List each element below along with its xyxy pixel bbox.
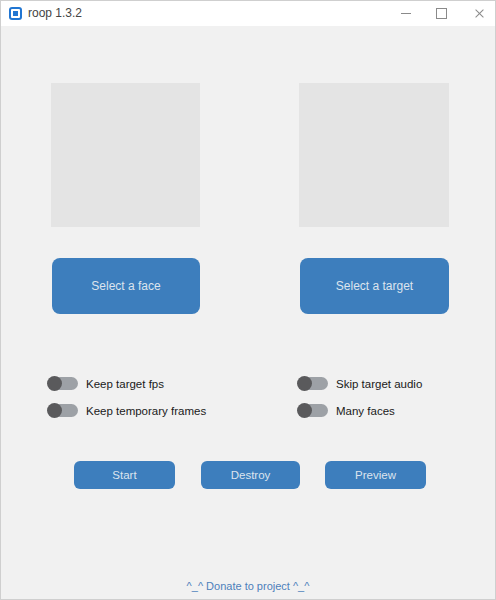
title-bar: roop 1.3.2 — [1, 1, 495, 26]
start-button[interactable]: Start — [74, 461, 175, 489]
toggle-knob — [47, 403, 62, 418]
select-face-button[interactable]: Select a face — [52, 258, 200, 314]
preview-button[interactable]: Preview — [325, 461, 426, 489]
toggle-knob — [297, 403, 312, 418]
many-faces-toggle[interactable] — [298, 404, 328, 417]
toggle-knob — [47, 376, 62, 391]
select-target-button[interactable]: Select a target — [300, 258, 449, 314]
close-icon — [474, 8, 485, 19]
switch-row-many-faces: Many faces — [298, 403, 395, 418]
app-icon — [9, 7, 22, 20]
keep-target-fps-label: Keep target fps — [86, 378, 164, 390]
skip-target-audio-toggle[interactable] — [298, 377, 328, 390]
roop-app-window: roop 1.3.2 Select a face Select a target… — [0, 0, 496, 600]
close-button[interactable] — [462, 1, 496, 26]
minimize-button[interactable] — [389, 1, 423, 26]
many-faces-label: Many faces — [336, 405, 395, 417]
minimize-icon — [401, 13, 411, 14]
toggle-knob — [297, 376, 312, 391]
keep-temporary-frames-toggle[interactable] — [48, 404, 78, 417]
switch-row-skip-target-audio: Skip target audio — [298, 376, 422, 391]
window-title: roop 1.3.2 — [28, 1, 82, 26]
switch-row-keep-temporary-frames: Keep temporary frames — [48, 403, 206, 418]
skip-target-audio-label: Skip target audio — [336, 378, 422, 390]
destroy-button[interactable]: Destroy — [201, 461, 300, 489]
switch-row-keep-target-fps: Keep target fps — [48, 376, 164, 391]
keep-target-fps-toggle[interactable] — [48, 377, 78, 390]
donate-link[interactable]: ^_^ Donate to project ^_^ — [1, 580, 495, 592]
maximize-button[interactable] — [424, 1, 458, 26]
keep-temporary-frames-label: Keep temporary frames — [86, 405, 206, 417]
source-face-preview — [51, 83, 200, 227]
target-preview — [299, 83, 449, 227]
app-icon-inner-square — [11, 9, 20, 18]
maximize-icon — [436, 8, 447, 19]
